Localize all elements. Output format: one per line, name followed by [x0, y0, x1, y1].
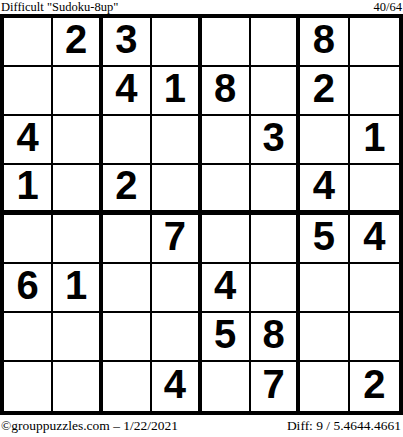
cell-r4c3[interactable]: 2 — [103, 165, 152, 215]
cell-r5c6[interactable] — [251, 215, 300, 264]
cell-r5c4[interactable]: 7 — [152, 215, 201, 264]
cell-r3c1[interactable]: 4 — [4, 116, 53, 165]
cell-r5c1[interactable] — [4, 215, 53, 264]
puzzle-page: Difficult "Sudoku-8up" 40/64 23841824311… — [0, 0, 403, 437]
cell-r2c5[interactable]: 8 — [202, 67, 251, 116]
cell-r3c7[interactable] — [300, 116, 349, 165]
cell-r5c8[interactable]: 4 — [350, 215, 399, 264]
cell-r4c4[interactable] — [152, 165, 201, 215]
cell-r7c7[interactable] — [300, 313, 349, 362]
cell-r2c8[interactable] — [350, 67, 399, 116]
puzzle-counter: 40/64 — [374, 1, 402, 14]
footer: ©grouppuzzles.com – 1/22/2021 Diff: 9 / … — [0, 415, 403, 437]
cell-r7c8[interactable] — [350, 313, 399, 362]
puzzle-title: Difficult "Sudoku-8up" — [1, 1, 118, 14]
cell-r3c5[interactable] — [202, 116, 251, 165]
cell-r2c3[interactable]: 4 — [103, 67, 152, 116]
cell-r8c7[interactable] — [300, 362, 349, 411]
difficulty-text: Diff: 9 / 5.4644.4661 — [287, 419, 401, 433]
cell-r7c4[interactable] — [152, 313, 201, 362]
cell-r6c8[interactable] — [350, 264, 399, 313]
copyright-text: ©grouppuzzles.com – 1/22/2021 — [1, 419, 178, 433]
cell-r8c5[interactable] — [202, 362, 251, 411]
cell-r4c7[interactable]: 4 — [300, 165, 349, 215]
cell-r4c8[interactable] — [350, 165, 399, 215]
sudoku-board: 238418243112475461458472 — [0, 14, 403, 415]
cell-r8c8[interactable]: 2 — [350, 362, 399, 411]
cell-r6c1[interactable]: 6 — [4, 264, 53, 313]
header: Difficult "Sudoku-8up" 40/64 — [0, 0, 403, 14]
cell-r8c3[interactable] — [103, 362, 152, 411]
cell-r1c8[interactable] — [350, 18, 399, 67]
cell-r1c2[interactable]: 2 — [53, 18, 102, 67]
cell-r3c2[interactable] — [53, 116, 102, 165]
cell-r6c3[interactable] — [103, 264, 152, 313]
cell-r2c6[interactable] — [251, 67, 300, 116]
cell-r4c5[interactable] — [202, 165, 251, 215]
cell-r6c2[interactable]: 1 — [53, 264, 102, 313]
cell-r2c1[interactable] — [4, 67, 53, 116]
cell-r8c1[interactable] — [4, 362, 53, 411]
cell-r2c7[interactable]: 2 — [300, 67, 349, 116]
cell-r8c6[interactable]: 7 — [251, 362, 300, 411]
cell-r3c3[interactable] — [103, 116, 152, 165]
cell-r7c6[interactable]: 8 — [251, 313, 300, 362]
cell-r6c6[interactable] — [251, 264, 300, 313]
cell-r3c4[interactable] — [152, 116, 201, 165]
cell-r7c2[interactable] — [53, 313, 102, 362]
cell-r1c1[interactable] — [4, 18, 53, 67]
cell-r2c4[interactable]: 1 — [152, 67, 201, 116]
cell-r6c5[interactable]: 4 — [202, 264, 251, 313]
cell-r8c4[interactable]: 4 — [152, 362, 201, 411]
cell-r1c3[interactable]: 3 — [103, 18, 152, 67]
cell-r5c5[interactable] — [202, 215, 251, 264]
cell-r1c7[interactable]: 8 — [300, 18, 349, 67]
cell-r5c2[interactable] — [53, 215, 102, 264]
cell-r8c2[interactable] — [53, 362, 102, 411]
cell-r7c5[interactable]: 5 — [202, 313, 251, 362]
cell-r7c1[interactable] — [4, 313, 53, 362]
cell-r6c7[interactable] — [300, 264, 349, 313]
cell-r2c2[interactable] — [53, 67, 102, 116]
cell-r4c6[interactable] — [251, 165, 300, 215]
cell-r7c3[interactable] — [103, 313, 152, 362]
cell-r1c4[interactable] — [152, 18, 201, 67]
cell-r4c1[interactable]: 1 — [4, 165, 53, 215]
cell-r5c3[interactable] — [103, 215, 152, 264]
cell-r1c5[interactable] — [202, 18, 251, 67]
cell-r4c2[interactable] — [53, 165, 102, 215]
cell-r6c4[interactable] — [152, 264, 201, 313]
cell-r3c6[interactable]: 3 — [251, 116, 300, 165]
cell-r1c6[interactable] — [251, 18, 300, 67]
cell-r5c7[interactable]: 5 — [300, 215, 349, 264]
cell-r3c8[interactable]: 1 — [350, 116, 399, 165]
